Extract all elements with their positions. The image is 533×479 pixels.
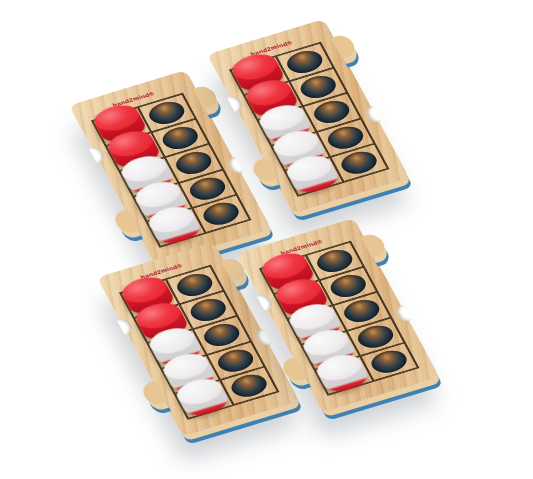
interlock-notch-right: [225, 157, 243, 175]
interlock-notch-left: [227, 94, 245, 112]
interlock-notch-right: [253, 329, 271, 347]
interlock-notch-left: [89, 145, 107, 163]
product-photo-canvas: hand2mind® hand2mind® hand2mind®: [0, 0, 533, 479]
interlock-tab-right: [193, 84, 221, 110]
interlock-notch-right: [393, 305, 411, 323]
counter-layer: [91, 93, 251, 248]
counter-layer: [229, 42, 389, 197]
ten-frame-grid: [229, 42, 389, 197]
interlock-tab-left: [249, 158, 277, 184]
interlock-notch-left: [257, 293, 275, 311]
interlock-tab-right: [361, 232, 389, 258]
interlock-notch-left: [117, 317, 135, 335]
ten-frame-grid: [91, 93, 251, 248]
interlock-tab-left: [111, 209, 139, 235]
interlock-tab-right: [331, 33, 359, 59]
interlock-notch-right: [363, 106, 381, 124]
interlock-tab-left: [139, 381, 167, 407]
